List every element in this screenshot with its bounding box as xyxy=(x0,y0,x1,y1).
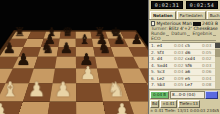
square-c3[interactable]: ♟ xyxy=(23,83,53,101)
app-window: ♜♝♛♜♚♟♝♟♟♟♟♞♟♞♟♟♟♝♟♟♞♟♟♟♟♟♜♞♝♛♜♚ 0:02:31… xyxy=(0,0,220,114)
white-move-time: 0:05 xyxy=(174,82,184,88)
black-move-time: 0:08 xyxy=(202,82,212,88)
square-f2[interactable]: ♟ xyxy=(103,102,138,114)
black-move[interactable]: cxd4 xyxy=(184,56,202,62)
square-d3[interactable]: ♟ xyxy=(50,83,77,101)
black-clock: 0:02:54 xyxy=(186,1,218,9)
board-scene: ♜♝♛♜♚♟♝♟♟♟♟♞♟♞♟♟♟♝♟♟♞♟♟♟♟♟♜♞♝♛♜♚ xyxy=(0,0,150,114)
black-move[interactable]: e5 xyxy=(184,76,202,82)
black-move[interactable]: Le7 xyxy=(184,82,202,88)
eco-label: ECO xyxy=(151,36,161,41)
white-move[interactable]: e4 xyxy=(156,43,174,49)
scroll-up-icon[interactable] xyxy=(215,43,220,48)
clocks: 0:02:31 0:02:54 xyxy=(149,0,220,11)
elo-field[interactable] xyxy=(193,22,201,26)
piece-white-pawn[interactable]: ♟ xyxy=(76,60,99,83)
move-rows: 1.e40:04c50:032.Sf30:03d60:053.d40:02cxd… xyxy=(149,43,215,89)
engine-current-move: 8...0-0 (04) xyxy=(170,91,205,99)
square-e4[interactable]: ♟ xyxy=(76,69,100,84)
piece-white-pawn[interactable]: ♟ xyxy=(23,75,49,101)
white-move-time: 0:04 xyxy=(174,43,184,49)
white-move-time: 0:03 xyxy=(174,89,184,90)
engine-time-button[interactable]: 0:04 B xyxy=(150,91,169,99)
white-move-time: 0:03 xyxy=(174,50,184,56)
piece-white-pawn[interactable]: ♟ xyxy=(50,75,76,101)
eval-button[interactable]: ±0.41 xyxy=(160,100,176,108)
engine-switch-button[interactable] xyxy=(205,91,218,99)
piece-white-pawn[interactable]: ♟ xyxy=(0,95,16,114)
piece-black-knight[interactable]: ♞ xyxy=(38,38,57,57)
move-number: 1. xyxy=(149,43,156,49)
book-button[interactable]: Bd xyxy=(150,100,159,108)
tab-notation[interactable]: Notation xyxy=(150,11,176,19)
square-c5[interactable] xyxy=(34,57,57,69)
tab-bar: Notation Partiedaten Buch xyxy=(149,11,220,20)
white-move[interactable]: Sb3 xyxy=(156,82,174,88)
square-c6[interactable]: ♞ xyxy=(38,47,59,57)
piece-black-rook[interactable]: ♜ xyxy=(12,23,28,39)
square-d5[interactable] xyxy=(55,57,76,69)
move-number: 5. xyxy=(149,69,156,75)
square-d6[interactable]: ♟ xyxy=(57,47,76,57)
square-d2[interactable] xyxy=(46,102,77,114)
square-e7[interactable]: ♝ xyxy=(76,39,94,47)
square-c2[interactable] xyxy=(15,102,49,114)
move-number: 3. xyxy=(149,56,156,62)
depth-button[interactable]: Tiefe=13 xyxy=(178,100,200,108)
white-move[interactable]: Le2 xyxy=(156,76,174,82)
move-list-scrollbar[interactable] xyxy=(215,43,220,89)
move-number: 6. xyxy=(149,76,156,82)
tab-buch[interactable]: Buch xyxy=(207,11,220,19)
scroll-thumb[interactable] xyxy=(215,49,220,57)
piece-black-pawn[interactable]: ♟ xyxy=(57,38,76,57)
white-move[interactable]: Sc3 xyxy=(156,69,174,75)
piece-black-queen[interactable]: ♛ xyxy=(60,23,76,39)
engine-info-line: ± 0.41 Tiefe: 13/31 0:00:03 234kN/s xyxy=(150,108,219,113)
move-number: 8. xyxy=(149,89,156,90)
piece-black-pawn[interactable]: ♟ xyxy=(13,48,34,69)
black-move[interactable]: 0-0 xyxy=(184,89,202,90)
black-move-time: 0:05 xyxy=(202,50,212,56)
black-move-time: 0:02 xyxy=(202,56,212,62)
white-move[interactable]: d4 xyxy=(156,56,174,62)
move-number: 4. xyxy=(149,63,156,69)
white-move-time: 0:04 xyxy=(174,69,184,75)
square-h7[interactable]: ♟ xyxy=(124,39,146,47)
engine-panel: 0:04 B 8...0-0 (04) Bd ±0.41 Tiefe=13 ± … xyxy=(149,90,220,114)
black-move-time: 0:06 xyxy=(202,69,212,75)
white-move-time: 0:02 xyxy=(174,63,184,69)
black-move[interactable]: c5 xyxy=(184,43,202,49)
piece-white-pawn[interactable]: ♟ xyxy=(107,95,137,114)
square-e2[interactable] xyxy=(76,102,107,114)
white-move-time: 0:02 xyxy=(174,56,184,62)
piece-black-pawn[interactable]: ♟ xyxy=(128,30,145,47)
notation-panel: 0:02:31 0:02:54 Notation Partiedaten Buc… xyxy=(148,0,220,114)
move-number: 7. xyxy=(149,82,156,88)
black-move[interactable]: d6 xyxy=(184,50,202,56)
white-clock: 0:02:31 xyxy=(151,1,183,9)
black-move-time: 0:03 xyxy=(202,63,212,69)
white-move[interactable]: Sxd4 xyxy=(156,63,174,69)
black-move[interactable]: a6 xyxy=(184,69,202,75)
white-move[interactable]: Sf3 xyxy=(156,50,174,56)
game-header: Mysterious Man 2403 B Turnier: Blitz 4'+… xyxy=(149,20,220,43)
white-move[interactable]: 0-0 xyxy=(156,89,174,90)
black-move[interactable]: Sf6 xyxy=(184,63,202,69)
board-squares: ♜♝♛♜♚♟♝♟♟♟♟♞♟♞♟♟♟♝♟♟♞♟♟♟♟♟♜♞♝♛♜♚ xyxy=(0,32,150,114)
square-e3[interactable] xyxy=(76,83,103,101)
square-b5[interactable]: ♟ xyxy=(13,57,38,69)
white-move-time: 0:09 xyxy=(174,76,184,82)
move-row: 8.0-00:030-00:04 xyxy=(149,89,215,90)
move-number: 2. xyxy=(149,50,156,56)
piece-black-knight[interactable]: ♞ xyxy=(95,38,114,57)
eco-field[interactable] xyxy=(162,36,216,41)
black-move-time: 0:03 xyxy=(202,43,212,49)
chess-board[interactable]: ♜♝♛♜♚♟♝♟♟♟♟♞♟♞♟♟♟♝♟♟♞♟♟♟♟♟♜♞♝♛♜♚ xyxy=(0,30,150,114)
black-move-time: 0:04 xyxy=(202,89,212,90)
piece-black-bishop[interactable]: ♝ xyxy=(76,30,93,47)
tab-partiedaten[interactable]: Partiedaten xyxy=(177,11,206,19)
move-list: 1.e40:04c50:032.Sf30:03d60:053.d40:02cxd… xyxy=(149,43,220,90)
black-move-time: 0:04 xyxy=(202,76,212,82)
